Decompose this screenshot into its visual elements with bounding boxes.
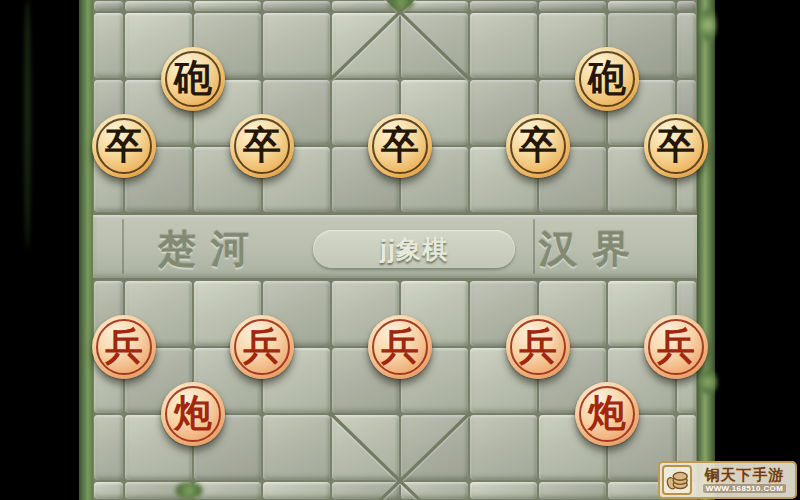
piece-black-soldier[interactable]: 卒 — [644, 114, 708, 178]
table-backdrop-right — [697, 0, 715, 500]
piece-red-cannon[interactable]: 炮 — [161, 382, 225, 446]
pieces-layer: 砲砲卒卒卒卒卒兵兵兵兵兵炮炮 — [93, 0, 697, 500]
piece-glyph: 砲 — [588, 59, 626, 97]
piece-glyph: 砲 — [174, 59, 212, 97]
piece-red-soldier[interactable]: 兵 — [368, 315, 432, 379]
piece-black-soldier[interactable]: 卒 — [506, 114, 570, 178]
watermark-title: 铜天下手游 — [705, 468, 785, 483]
piece-black-soldier[interactable]: 卒 — [230, 114, 294, 178]
piece-red-soldier[interactable]: 兵 — [92, 315, 156, 379]
piece-red-soldier[interactable]: 兵 — [644, 315, 708, 379]
piece-black-soldier[interactable]: 卒 — [368, 114, 432, 178]
game-screen: 楚河 jj象棋 汉界 砲砲卒卒卒卒卒兵兵兵兵兵炮炮 — [0, 0, 800, 500]
piece-glyph: 兵 — [381, 327, 419, 365]
coins-icon — [662, 465, 692, 495]
piece-glyph: 卒 — [519, 126, 557, 164]
watermark-texts: 铜天下手游 WWW.168510.COM — [694, 463, 795, 497]
piece-black-cannon[interactable]: 砲 — [161, 47, 225, 111]
piece-glyph: 卒 — [243, 126, 281, 164]
piece-glyph: 炮 — [588, 394, 626, 432]
piece-black-soldier[interactable]: 卒 — [92, 114, 156, 178]
letterbox-right — [715, 0, 800, 500]
letterbox-left — [0, 0, 79, 500]
piece-glyph: 炮 — [174, 394, 212, 432]
piece-red-soldier[interactable]: 兵 — [230, 315, 294, 379]
piece-red-cannon[interactable]: 炮 — [575, 382, 639, 446]
piece-glyph: 卒 — [381, 126, 419, 164]
xiangqi-board: 楚河 jj象棋 汉界 砲砲卒卒卒卒卒兵兵兵兵兵炮炮 — [93, 0, 697, 500]
piece-glyph: 卒 — [657, 126, 695, 164]
piece-glyph: 兵 — [105, 327, 143, 365]
piece-red-soldier[interactable]: 兵 — [506, 315, 570, 379]
piece-glyph: 兵 — [519, 327, 557, 365]
piece-black-cannon[interactable]: 砲 — [575, 47, 639, 111]
watermark-url: WWW.168510.COM — [703, 484, 787, 493]
piece-glyph: 兵 — [657, 327, 695, 365]
watermark-badge: 铜天下手游 WWW.168510.COM — [658, 461, 797, 499]
piece-glyph: 卒 — [105, 126, 143, 164]
piece-glyph: 兵 — [243, 327, 281, 365]
